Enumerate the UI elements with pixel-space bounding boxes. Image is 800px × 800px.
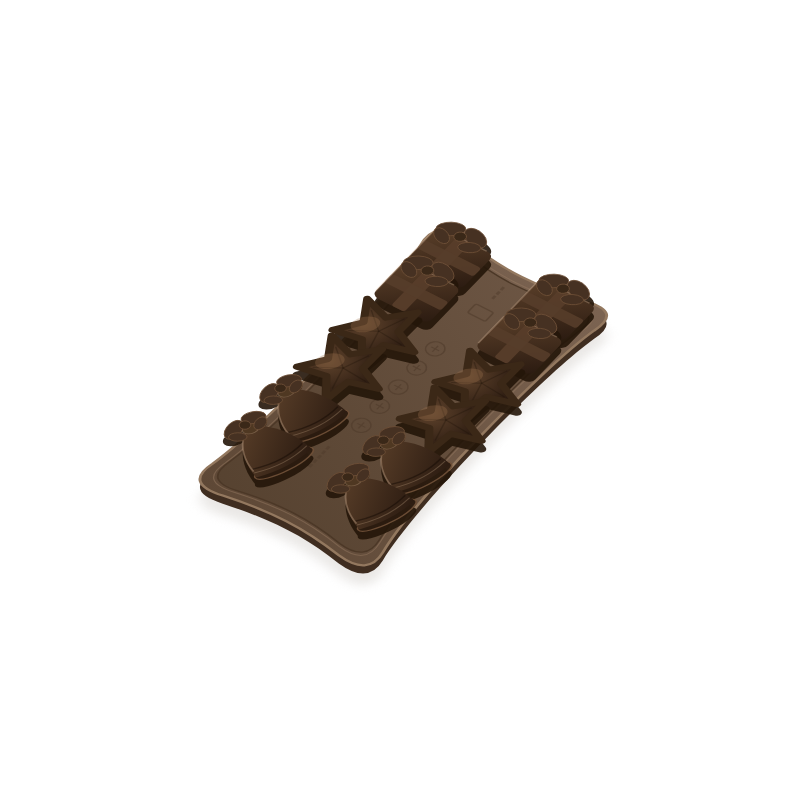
product-photo bbox=[0, 0, 800, 800]
chocolate-mould-scene bbox=[0, 0, 800, 800]
